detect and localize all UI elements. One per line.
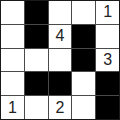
clue-number: 2 — [56, 100, 65, 116]
clue-number: 3 — [103, 52, 112, 68]
cell-r1c0-empty[interactable] — [1, 25, 24, 48]
cell-r2c4-clue[interactable]: 3 — [96, 49, 119, 72]
clue-number: 1 — [103, 4, 112, 20]
cell-r3c4-black[interactable] — [96, 72, 119, 95]
cell-r3c2-black[interactable] — [49, 72, 72, 95]
cell-r0c3-empty[interactable] — [72, 1, 95, 24]
cell-r4c0-clue[interactable]: 1 — [1, 96, 24, 119]
cell-r0c2-empty[interactable] — [49, 1, 72, 24]
cell-r2c1-empty[interactable] — [25, 49, 48, 72]
cell-r1c1-black[interactable] — [25, 25, 48, 48]
cell-r3c1-black[interactable] — [25, 72, 48, 95]
cell-r2c0-empty[interactable] — [1, 49, 24, 72]
cell-r3c3-empty[interactable] — [72, 72, 95, 95]
cell-r2c2-empty[interactable] — [49, 49, 72, 72]
cell-r1c4-empty[interactable] — [96, 25, 119, 48]
cell-r4c1-empty[interactable] — [25, 96, 48, 119]
clue-number: 4 — [56, 28, 65, 44]
clue-number: 1 — [8, 100, 17, 116]
cell-r4c3-empty[interactable] — [72, 96, 95, 119]
cell-r3c0-empty[interactable] — [1, 72, 24, 95]
cell-r4c2-clue[interactable]: 2 — [49, 96, 72, 119]
cell-r0c0-empty[interactable] — [1, 1, 24, 24]
cell-r0c1-black[interactable] — [25, 1, 48, 24]
cell-r1c3-black[interactable] — [72, 25, 95, 48]
cell-r4c4-black[interactable] — [96, 96, 119, 119]
puzzle-board: 14312 — [0, 0, 120, 120]
cell-r2c3-black[interactable] — [72, 49, 95, 72]
cell-r1c2-clue[interactable]: 4 — [49, 25, 72, 48]
cell-r0c4-clue[interactable]: 1 — [96, 1, 119, 24]
